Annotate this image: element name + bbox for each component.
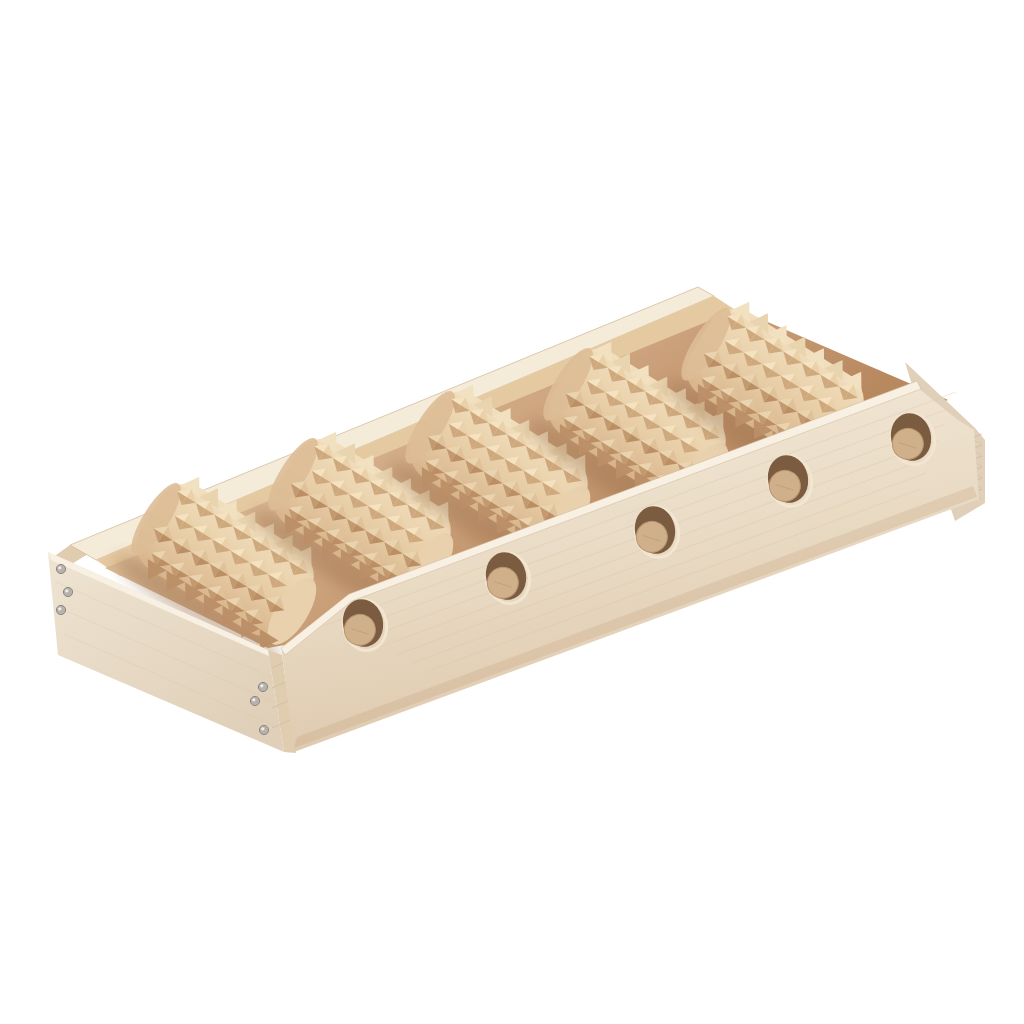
screw-1 xyxy=(56,564,65,573)
screw-4 xyxy=(258,682,267,691)
foot-massager-illustration xyxy=(0,0,1024,1024)
screw-2 xyxy=(63,587,72,596)
product-photo xyxy=(0,0,1024,1024)
screw-5 xyxy=(250,696,259,705)
screw-6 xyxy=(259,725,268,734)
screw-3 xyxy=(56,605,65,614)
